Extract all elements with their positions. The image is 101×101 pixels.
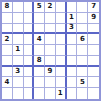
cell-r3c6[interactable] [56, 24, 67, 35]
cell-r6c9[interactable] [88, 56, 99, 67]
cell-r6c2[interactable] [13, 56, 24, 67]
cell-r8c2[interactable] [13, 77, 24, 88]
cell-r2c2[interactable] [13, 13, 24, 24]
cell-r3c9[interactable] [88, 24, 99, 35]
cell-r9c9[interactable] [88, 88, 99, 99]
cell-r4c9[interactable] [88, 34, 99, 45]
cell-r2c6[interactable] [56, 13, 67, 24]
cell-r4c5[interactable] [45, 34, 56, 45]
cell-r5c3[interactable] [24, 45, 35, 56]
given-digit-r2c7[interactable]: 1 [67, 13, 78, 24]
cell-r7c6[interactable] [56, 67, 67, 78]
cell-r9c3[interactable] [24, 88, 35, 99]
cell-r6c7[interactable] [67, 56, 78, 67]
cell-r7c8[interactable] [77, 67, 88, 78]
given-digit-r4c8[interactable]: 6 [77, 34, 88, 45]
cell-r7c4[interactable] [34, 67, 45, 78]
cell-r3c4[interactable] [34, 24, 45, 35]
cell-r5c1[interactable] [2, 45, 13, 56]
given-digit-r1c1[interactable]: 8 [2, 2, 13, 13]
cell-r5c6[interactable] [56, 45, 67, 56]
cell-r5c4[interactable] [34, 45, 45, 56]
cell-r1c3[interactable] [24, 2, 35, 13]
cell-r2c3[interactable] [24, 13, 35, 24]
given-digit-r3c7[interactable]: 3 [67, 24, 78, 35]
cell-r7c3[interactable] [24, 67, 35, 78]
cell-r5c8[interactable] [77, 45, 88, 56]
cell-r6c6[interactable] [56, 56, 67, 67]
cell-r5c5[interactable] [45, 45, 56, 56]
given-digit-r6c4[interactable]: 8 [34, 56, 45, 67]
given-digit-r7c2[interactable]: 3 [13, 67, 24, 78]
cell-r6c8[interactable] [77, 56, 88, 67]
cell-r1c2[interactable] [13, 2, 24, 13]
cell-r4c2[interactable] [13, 34, 24, 45]
cell-r6c1[interactable] [2, 56, 13, 67]
sudoku-board: 85271932461839451 [0, 0, 101, 101]
given-digit-r1c5[interactable]: 2 [45, 2, 56, 13]
cell-r4c6[interactable] [56, 34, 67, 45]
cell-r7c1[interactable] [2, 67, 13, 78]
cell-r6c3[interactable] [24, 56, 35, 67]
cell-r1c7[interactable] [67, 2, 78, 13]
cell-r3c8[interactable] [77, 24, 88, 35]
cell-r8c4[interactable] [34, 77, 45, 88]
cell-r3c3[interactable] [24, 24, 35, 35]
cell-r3c1[interactable] [2, 24, 13, 35]
cell-r4c3[interactable] [24, 34, 35, 45]
cell-r7c7[interactable] [67, 67, 78, 78]
cell-r7c9[interactable] [88, 67, 99, 78]
cell-r8c7[interactable] [67, 77, 78, 88]
given-digit-r1c4[interactable]: 5 [34, 2, 45, 13]
cell-r2c5[interactable] [45, 13, 56, 24]
cell-r5c7[interactable] [67, 45, 78, 56]
cell-r9c4[interactable] [34, 88, 45, 99]
cell-r8c9[interactable] [88, 77, 99, 88]
cell-r6c5[interactable] [45, 56, 56, 67]
given-digit-r4c4[interactable]: 4 [34, 34, 45, 45]
cell-r8c3[interactable] [24, 77, 35, 88]
cell-r1c8[interactable] [77, 2, 88, 13]
given-digit-r8c8[interactable]: 5 [77, 77, 88, 88]
cell-r9c5[interactable] [45, 88, 56, 99]
given-digit-r8c1[interactable]: 4 [2, 77, 13, 88]
given-digit-r2c9[interactable]: 9 [88, 13, 99, 24]
cell-r9c8[interactable] [77, 88, 88, 99]
cell-r8c6[interactable] [56, 77, 67, 88]
cell-r9c2[interactable] [13, 88, 24, 99]
cell-r4c7[interactable] [67, 34, 78, 45]
given-digit-r4c1[interactable]: 2 [2, 34, 13, 45]
cell-r2c4[interactable] [34, 13, 45, 24]
cell-r5c9[interactable] [88, 45, 99, 56]
cell-r2c8[interactable] [77, 13, 88, 24]
cell-r8c5[interactable] [45, 77, 56, 88]
cell-r9c7[interactable] [67, 88, 78, 99]
cell-r2c1[interactable] [2, 13, 13, 24]
cell-r3c2[interactable] [13, 24, 24, 35]
given-digit-r1c9[interactable]: 7 [88, 2, 99, 13]
given-digit-r5c2[interactable]: 1 [13, 45, 24, 56]
given-digit-r7c5[interactable]: 9 [45, 67, 56, 78]
cell-r9c1[interactable] [2, 88, 13, 99]
given-digit-r9c6[interactable]: 1 [56, 88, 67, 99]
cell-r1c6[interactable] [56, 2, 67, 13]
cell-r3c5[interactable] [45, 24, 56, 35]
